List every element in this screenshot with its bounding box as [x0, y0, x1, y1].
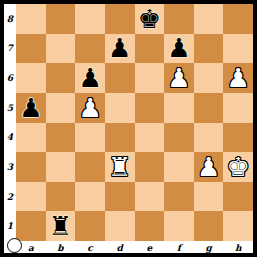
rank-label-8: 8 [4, 4, 16, 34]
square-d7[interactable]: ♟ [105, 34, 135, 64]
square-c8[interactable] [75, 4, 105, 34]
square-c6[interactable]: ♟ [75, 63, 105, 93]
rank-label-6: 6 [4, 63, 16, 93]
square-a8[interactable] [16, 4, 46, 34]
square-e7[interactable] [135, 34, 165, 64]
square-e2[interactable] [135, 182, 165, 212]
square-g6[interactable] [194, 63, 224, 93]
square-e3[interactable] [135, 152, 165, 182]
square-e5[interactable] [135, 93, 165, 123]
square-h6[interactable]: ♟ [223, 63, 253, 93]
square-h3[interactable]: ♚ [223, 152, 253, 182]
square-c5[interactable]: ♟ [75, 93, 105, 123]
rank-label-7: 7 [4, 34, 16, 64]
square-g2[interactable] [194, 182, 224, 212]
file-label-c: c [75, 241, 105, 253]
square-h5[interactable] [223, 93, 253, 123]
square-d1[interactable] [105, 211, 135, 241]
square-d4[interactable] [105, 123, 135, 153]
square-b7[interactable] [46, 34, 76, 64]
black-king-piece[interactable]: ♚ [138, 6, 161, 32]
white-pawn-piece[interactable]: ♟ [78, 95, 101, 121]
white-to-move-indicator [7, 238, 22, 253]
square-g5[interactable] [194, 93, 224, 123]
file-label-b: b [46, 241, 76, 253]
square-h8[interactable] [223, 4, 253, 34]
file-label-d: d [105, 241, 135, 253]
square-f8[interactable] [164, 4, 194, 34]
square-c1[interactable] [75, 211, 105, 241]
square-b5[interactable] [46, 93, 76, 123]
black-pawn-piece[interactable]: ♟ [19, 95, 42, 121]
square-a3[interactable] [16, 152, 46, 182]
square-f3[interactable] [164, 152, 194, 182]
rank-label-2: 2 [4, 182, 16, 212]
square-d2[interactable] [105, 182, 135, 212]
square-e8[interactable]: ♚ [135, 4, 165, 34]
square-a7[interactable] [16, 34, 46, 64]
square-f2[interactable] [164, 182, 194, 212]
square-g3[interactable]: ♟ [194, 152, 224, 182]
square-h7[interactable] [223, 34, 253, 64]
square-f7[interactable]: ♟ [164, 34, 194, 64]
square-c4[interactable] [75, 123, 105, 153]
white-pawn-piece[interactable]: ♟ [167, 65, 190, 91]
rank-label-3: 3 [4, 152, 16, 182]
square-h1[interactable] [223, 211, 253, 241]
square-a6[interactable] [16, 63, 46, 93]
square-h4[interactable] [223, 123, 253, 153]
rank-label-5: 5 [4, 93, 16, 123]
square-c2[interactable] [75, 182, 105, 212]
black-rook-piece[interactable]: ♜ [49, 213, 72, 239]
square-b4[interactable] [46, 123, 76, 153]
square-d3[interactable]: ♜ [105, 152, 135, 182]
chess-board: ♚♟♟♟♟♟♟♟♜♟♚♜ [16, 4, 253, 241]
diagram-inner: 87654321 ♚♟♟♟♟♟♟♟♜♟♚♜ abcdefgh [4, 4, 253, 253]
square-g7[interactable] [194, 34, 224, 64]
file-label-g: g [194, 241, 224, 253]
white-pawn-piece[interactable]: ♟ [227, 65, 250, 91]
square-d8[interactable] [105, 4, 135, 34]
rank-label-4: 4 [4, 123, 16, 153]
square-e6[interactable] [135, 63, 165, 93]
square-a1[interactable] [16, 211, 46, 241]
file-label-h: h [223, 241, 253, 253]
square-d6[interactable] [105, 63, 135, 93]
chess-diagram: 87654321 ♚♟♟♟♟♟♟♟♜♟♚♜ abcdefgh [0, 0, 257, 257]
square-a4[interactable] [16, 123, 46, 153]
square-c7[interactable] [75, 34, 105, 64]
rank-label-1: 1 [4, 211, 16, 241]
black-pawn-piece[interactable]: ♟ [78, 65, 101, 91]
white-pawn-piece[interactable]: ♟ [197, 154, 220, 180]
square-g8[interactable] [194, 4, 224, 34]
square-a5[interactable]: ♟ [16, 93, 46, 123]
square-f6[interactable]: ♟ [164, 63, 194, 93]
white-king-piece[interactable]: ♚ [227, 154, 250, 180]
file-label-e: e [135, 241, 165, 253]
square-b2[interactable] [46, 182, 76, 212]
square-b1[interactable]: ♜ [46, 211, 76, 241]
square-g1[interactable] [194, 211, 224, 241]
file-label-f: f [164, 241, 194, 253]
square-b6[interactable] [46, 63, 76, 93]
square-e4[interactable] [135, 123, 165, 153]
white-rook-piece[interactable]: ♜ [108, 154, 131, 180]
black-pawn-piece[interactable]: ♟ [108, 35, 131, 61]
square-e1[interactable] [135, 211, 165, 241]
square-h2[interactable] [223, 182, 253, 212]
square-a2[interactable] [16, 182, 46, 212]
file-labels: abcdefgh [16, 241, 253, 253]
square-b8[interactable] [46, 4, 76, 34]
square-b3[interactable] [46, 152, 76, 182]
square-c3[interactable] [75, 152, 105, 182]
square-f1[interactable] [164, 211, 194, 241]
black-pawn-piece[interactable]: ♟ [167, 35, 190, 61]
square-f4[interactable] [164, 123, 194, 153]
square-f5[interactable] [164, 93, 194, 123]
rank-labels: 87654321 [4, 4, 16, 241]
square-g4[interactable] [194, 123, 224, 153]
square-d5[interactable] [105, 93, 135, 123]
